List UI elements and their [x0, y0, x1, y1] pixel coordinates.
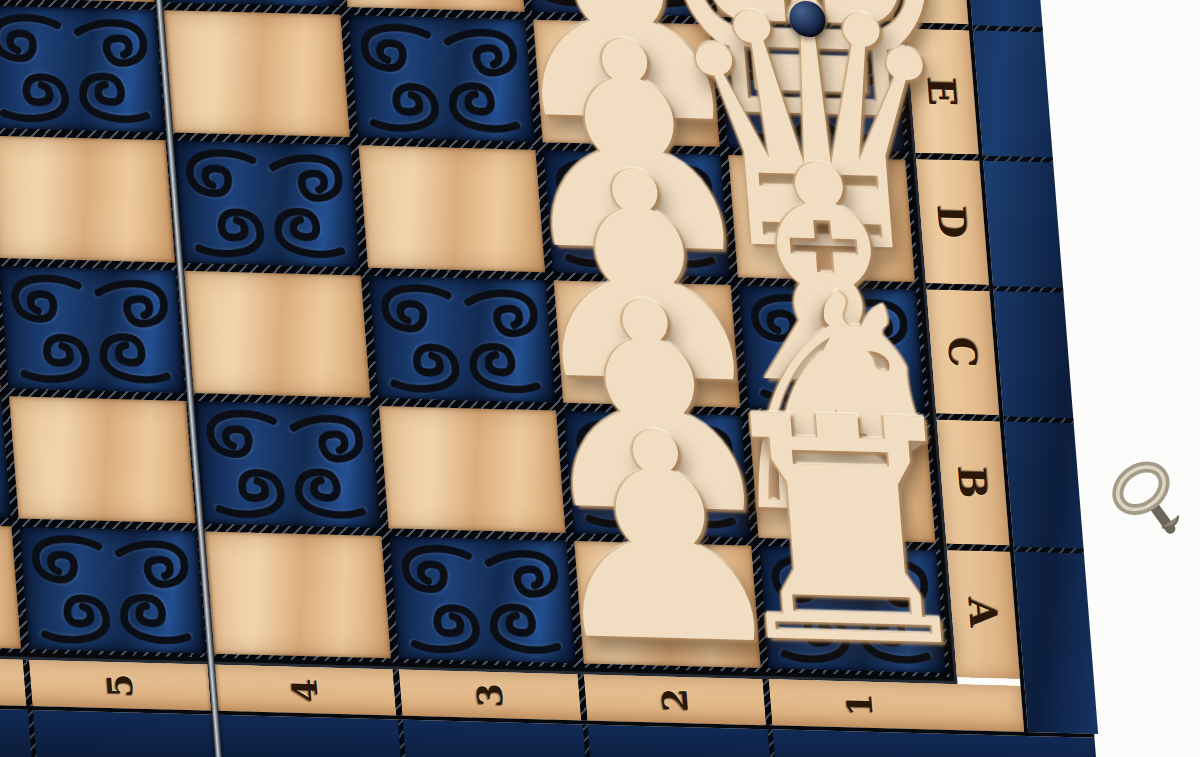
- edge-rope-line: [1003, 416, 1073, 423]
- clasp-latch: [1098, 438, 1198, 558]
- strip-separator: [393, 669, 403, 715]
- strip-separator: [23, 660, 33, 706]
- edge-rope-line: [398, 720, 407, 757]
- photo-viewport: HGFEDCBA 87654321 ♜♞♝♛♚♝♞♜♟♟♟♟♟♟♟♟♟♟♟♟♟♟…: [0, 0, 1200, 757]
- pieces-layer: ♜♞♝♛♚♝♞♜♟♟♟♟♟♟♟♟♟♟♟♟♟♟♟♟♜♞♝♛♚♝♞♜: [0, 0, 950, 677]
- chess-board: HGFEDCBA 87654321 ♜♞♝♛♚♝♞♜♟♟♟♟♟♟♟♟♟♟♟♟♟♟…: [0, 0, 1099, 757]
- edge-rope-line: [768, 729, 777, 757]
- piece-glyph: ♜: [697, 387, 995, 678]
- edge-rope-line: [993, 286, 1063, 293]
- white-rook[interactable]: ♜: [741, 363, 950, 677]
- edge-rope-line: [983, 156, 1053, 163]
- edge-rope-line: [1014, 547, 1084, 554]
- edge-rope-line: [973, 25, 1043, 32]
- edge-rope-line: [583, 724, 592, 757]
- edge-rope-line: [28, 710, 37, 757]
